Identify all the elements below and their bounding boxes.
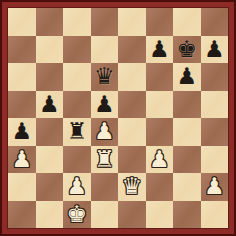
square-h2[interactable]: ♟	[201, 173, 229, 201]
black-pawn[interactable]: ♟	[11, 118, 32, 146]
square-c1[interactable]: ♚	[63, 201, 91, 229]
black-rook[interactable]: ♜	[66, 118, 87, 146]
black-king[interactable]: ♚	[176, 36, 197, 64]
square-d2[interactable]	[91, 173, 119, 201]
square-e6[interactable]	[118, 63, 146, 91]
square-g3[interactable]	[173, 146, 201, 174]
square-g2[interactable]	[173, 173, 201, 201]
square-c5[interactable]	[63, 91, 91, 119]
square-c2[interactable]: ♟	[63, 173, 91, 201]
square-e8[interactable]	[118, 8, 146, 36]
square-d3[interactable]: ♜	[91, 146, 119, 174]
square-e4[interactable]	[118, 118, 146, 146]
white-pawn[interactable]: ♟	[66, 173, 87, 201]
square-a2[interactable]	[8, 173, 36, 201]
square-b1[interactable]	[36, 201, 64, 229]
square-f6[interactable]	[146, 63, 174, 91]
square-c3[interactable]	[63, 146, 91, 174]
square-h1[interactable]	[201, 201, 229, 229]
square-a8[interactable]	[8, 8, 36, 36]
square-e5[interactable]	[118, 91, 146, 119]
square-d5[interactable]: ♟	[91, 91, 119, 119]
white-pawn[interactable]: ♟	[94, 118, 115, 146]
square-a7[interactable]	[8, 36, 36, 64]
black-pawn[interactable]: ♟	[204, 36, 225, 64]
square-d1[interactable]	[91, 201, 119, 229]
square-a5[interactable]	[8, 91, 36, 119]
white-pawn[interactable]: ♟	[149, 146, 170, 174]
white-queen[interactable]: ♛	[121, 173, 142, 201]
square-b5[interactable]: ♟	[36, 91, 64, 119]
square-a6[interactable]	[8, 63, 36, 91]
square-g1[interactable]	[173, 201, 201, 229]
square-h6[interactable]	[201, 63, 229, 91]
square-f8[interactable]	[146, 8, 174, 36]
square-d8[interactable]	[91, 8, 119, 36]
square-g5[interactable]	[173, 91, 201, 119]
square-g8[interactable]	[173, 8, 201, 36]
square-f7[interactable]: ♟	[146, 36, 174, 64]
square-h4[interactable]	[201, 118, 229, 146]
square-g4[interactable]	[173, 118, 201, 146]
square-c4[interactable]: ♜	[63, 118, 91, 146]
square-d7[interactable]	[91, 36, 119, 64]
black-queen[interactable]: ♛	[94, 63, 115, 91]
square-f4[interactable]	[146, 118, 174, 146]
square-c8[interactable]	[63, 8, 91, 36]
square-e1[interactable]	[118, 201, 146, 229]
square-a4[interactable]: ♟	[8, 118, 36, 146]
board-frame: ♟♚♟♛♟♟♟♟♜♟♟♜♟♟♛♟♚	[0, 0, 236, 236]
white-rook[interactable]: ♜	[94, 146, 115, 174]
chess-board: ♟♚♟♛♟♟♟♟♜♟♟♜♟♟♛♟♚	[8, 8, 228, 228]
square-b7[interactable]	[36, 36, 64, 64]
square-h7[interactable]: ♟	[201, 36, 229, 64]
square-f1[interactable]	[146, 201, 174, 229]
square-b4[interactable]	[36, 118, 64, 146]
white-king[interactable]: ♚	[66, 201, 87, 229]
square-c7[interactable]	[63, 36, 91, 64]
square-g7[interactable]: ♚	[173, 36, 201, 64]
square-a1[interactable]	[8, 201, 36, 229]
square-d6[interactable]: ♛	[91, 63, 119, 91]
square-g6[interactable]: ♟	[173, 63, 201, 91]
black-pawn[interactable]: ♟	[149, 36, 170, 64]
square-h8[interactable]	[201, 8, 229, 36]
square-h3[interactable]	[201, 146, 229, 174]
square-d4[interactable]: ♟	[91, 118, 119, 146]
square-c6[interactable]	[63, 63, 91, 91]
square-e7[interactable]	[118, 36, 146, 64]
white-pawn[interactable]: ♟	[204, 173, 225, 201]
black-pawn[interactable]: ♟	[94, 91, 115, 119]
square-h5[interactable]	[201, 91, 229, 119]
square-a3[interactable]: ♟	[8, 146, 36, 174]
black-pawn[interactable]: ♟	[39, 91, 60, 119]
white-pawn[interactable]: ♟	[11, 146, 32, 174]
square-b6[interactable]	[36, 63, 64, 91]
square-b8[interactable]	[36, 8, 64, 36]
square-e3[interactable]	[118, 146, 146, 174]
square-f3[interactable]: ♟	[146, 146, 174, 174]
square-b3[interactable]	[36, 146, 64, 174]
square-f2[interactable]	[146, 173, 174, 201]
square-b2[interactable]	[36, 173, 64, 201]
black-pawn[interactable]: ♟	[176, 63, 197, 91]
square-e2[interactable]: ♛	[118, 173, 146, 201]
square-f5[interactable]	[146, 91, 174, 119]
